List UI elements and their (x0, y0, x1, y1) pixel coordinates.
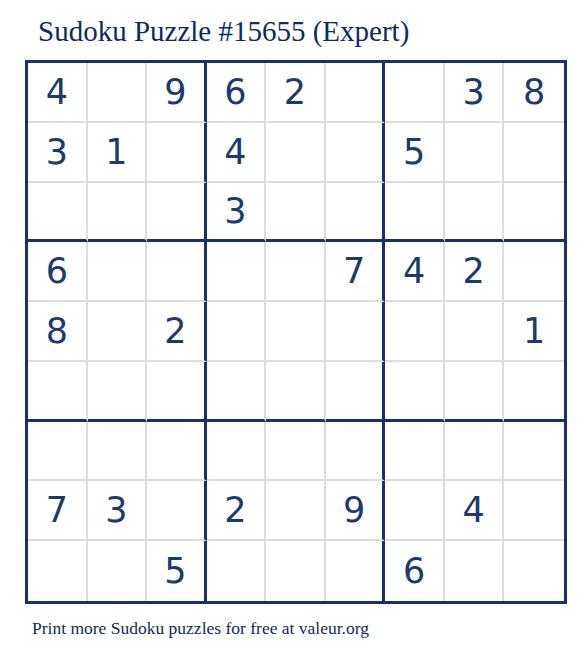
sudoku-cell (88, 183, 148, 243)
sudoku-cell (445, 541, 505, 601)
sudoku-cell: 2 (445, 242, 505, 302)
sudoku-cell: 7 (326, 242, 386, 302)
sudoku-page: Sudoku Puzzle #15655 (Expert) 4962383145… (0, 0, 580, 651)
sudoku-cell (266, 422, 326, 482)
sudoku-cell (28, 183, 88, 243)
sudoku-cell: 7 (28, 481, 88, 541)
sudoku-cell (266, 302, 326, 362)
sudoku-cell (88, 422, 148, 482)
sudoku-cell (326, 63, 386, 123)
sudoku-cell (147, 183, 207, 243)
sudoku-cell (266, 481, 326, 541)
sudoku-cell: 1 (504, 302, 564, 362)
sudoku-cell: 4 (385, 242, 445, 302)
sudoku-cell (326, 362, 386, 422)
sudoku-cell (385, 183, 445, 243)
sudoku-cell: 5 (385, 123, 445, 183)
sudoku-cell: 4 (28, 63, 88, 123)
sudoku-cell (28, 422, 88, 482)
sudoku-cell (266, 541, 326, 601)
sudoku-cell (445, 183, 505, 243)
sudoku-cell (207, 362, 267, 422)
sudoku-cell (147, 362, 207, 422)
sudoku-cell (147, 422, 207, 482)
sudoku-cell: 3 (28, 123, 88, 183)
sudoku-cell: 6 (28, 242, 88, 302)
sudoku-cell (207, 422, 267, 482)
sudoku-cell (326, 123, 386, 183)
sudoku-cell: 3 (445, 63, 505, 123)
footer-text: Print more Sudoku puzzles for free at va… (32, 618, 369, 639)
sudoku-cell (385, 302, 445, 362)
sudoku-cell (88, 242, 148, 302)
sudoku-cell (504, 541, 564, 601)
page-title: Sudoku Puzzle #15655 (Expert) (38, 15, 409, 48)
sudoku-cell: 2 (147, 302, 207, 362)
sudoku-cell (88, 63, 148, 123)
sudoku-cell (504, 481, 564, 541)
sudoku-cell: 6 (385, 541, 445, 601)
sudoku-cell (504, 362, 564, 422)
sudoku-cell (445, 422, 505, 482)
sudoku-cell: 2 (266, 63, 326, 123)
sudoku-cell (207, 242, 267, 302)
sudoku-cell (28, 362, 88, 422)
sudoku-cell: 4 (445, 481, 505, 541)
sudoku-cell: 8 (28, 302, 88, 362)
sudoku-cell (88, 362, 148, 422)
sudoku-board: 4962383145367428217329456 (25, 60, 567, 604)
sudoku-cell (445, 302, 505, 362)
sudoku-cell (28, 541, 88, 601)
sudoku-cell: 1 (88, 123, 148, 183)
sudoku-cell (266, 123, 326, 183)
sudoku-cell (147, 123, 207, 183)
sudoku-cell (207, 302, 267, 362)
sudoku-cell (147, 242, 207, 302)
sudoku-cell (445, 123, 505, 183)
sudoku-cell (326, 302, 386, 362)
sudoku-cell: 3 (88, 481, 148, 541)
sudoku-cell: 8 (504, 63, 564, 123)
sudoku-cell: 4 (207, 123, 267, 183)
sudoku-cell (207, 541, 267, 601)
sudoku-cell (445, 362, 505, 422)
sudoku-cell (504, 183, 564, 243)
sudoku-cell (504, 242, 564, 302)
sudoku-cell: 9 (147, 63, 207, 123)
sudoku-cell (385, 362, 445, 422)
sudoku-cell (326, 541, 386, 601)
sudoku-cell (385, 481, 445, 541)
sudoku-cell: 6 (207, 63, 267, 123)
sudoku-cell: 9 (326, 481, 386, 541)
sudoku-cell (88, 541, 148, 601)
sudoku-cell (326, 422, 386, 482)
sudoku-cell (504, 123, 564, 183)
sudoku-cell: 5 (147, 541, 207, 601)
sudoku-cell: 3 (207, 183, 267, 243)
sudoku-cell (326, 183, 386, 243)
sudoku-cell (147, 481, 207, 541)
sudoku-cell (266, 362, 326, 422)
sudoku-cell (504, 422, 564, 482)
sudoku-cell (266, 183, 326, 243)
sudoku-cell (385, 63, 445, 123)
sudoku-cell (88, 302, 148, 362)
sudoku-cell: 2 (207, 481, 267, 541)
sudoku-cell (385, 422, 445, 482)
sudoku-cell (266, 242, 326, 302)
